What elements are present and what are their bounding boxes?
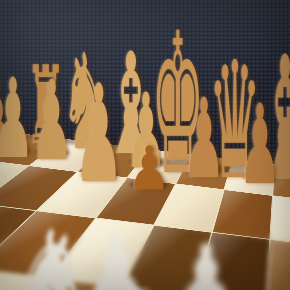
brown-pawn: ♟	[74, 68, 124, 203]
brown-pawn: ♟	[0, 64, 34, 174]
brown-pawn: ♟	[127, 138, 170, 198]
white-pawn: ♟	[172, 233, 240, 290]
white-pawn: ♟	[80, 222, 152, 290]
brown-pawn: ♟	[239, 90, 282, 200]
brown-pawn: ♟	[31, 66, 74, 176]
chess-photo-scene: ♟♟♜♟♞♟♝♟♚♟♟♛♟♝♞♟♟	[0, 0, 290, 290]
brown-pawn: ♟	[183, 84, 226, 194]
